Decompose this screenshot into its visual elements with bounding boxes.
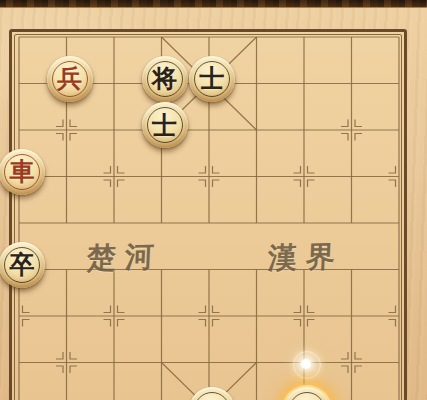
piece-character: 兵	[47, 56, 93, 102]
piece-cutoff-piece-selected[interactable]	[284, 387, 330, 400]
piece-character	[284, 387, 330, 400]
piece-red-soldier[interactable]: 兵	[47, 56, 93, 102]
piece-black-advisor[interactable]: 士	[189, 56, 235, 102]
piece-character: 車	[0, 149, 45, 195]
xiangqi-board-screen: 楚河 漢界 兵将士士車卒	[0, 0, 427, 400]
piece-character	[189, 387, 235, 400]
piece-character: 将	[142, 56, 188, 102]
piece-black-soldier[interactable]: 卒	[0, 242, 45, 288]
piece-cutoff-piece[interactable]	[189, 387, 235, 400]
piece-red-chariot[interactable]: 車	[0, 149, 45, 195]
piece-black-general[interactable]: 将	[142, 56, 188, 102]
river-label-han-jie: 漢界	[267, 237, 345, 279]
piece-character: 士	[189, 56, 235, 102]
piece-character: 士	[142, 102, 188, 148]
piece-character: 卒	[0, 242, 45, 288]
table-edge-bar	[0, 0, 427, 8]
river-label-chu-he: 楚河	[86, 237, 164, 279]
piece-black-advisor[interactable]: 士	[142, 102, 188, 148]
move-dot-core	[301, 359, 311, 369]
